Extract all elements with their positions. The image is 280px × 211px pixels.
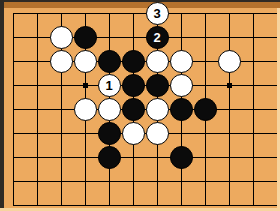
frame-top-dark <box>0 0 280 2</box>
white-stone <box>50 50 73 73</box>
edge-right-light <box>277 8 280 211</box>
frame-top-brown <box>0 2 280 8</box>
black-stone <box>122 98 145 121</box>
white-stone <box>74 98 97 121</box>
black-stone-move-2: 2 <box>146 26 169 49</box>
black-stone <box>98 50 121 73</box>
go-diagram: 321 <box>0 0 280 211</box>
white-stone <box>170 50 193 73</box>
move-number-label: 3 <box>153 7 160 20</box>
black-stone <box>74 26 97 49</box>
grid-line-horizontal <box>13 181 278 182</box>
frame-left-dark <box>0 0 4 208</box>
star-point <box>227 83 232 88</box>
grid-line-horizontal <box>13 205 278 206</box>
white-stone-move-1: 1 <box>98 74 121 97</box>
grid-line-horizontal <box>13 157 278 158</box>
black-stone <box>98 122 121 145</box>
star-point <box>83 83 88 88</box>
black-stone <box>194 98 217 121</box>
black-stone <box>98 146 121 169</box>
white-stone <box>146 98 169 121</box>
white-stone <box>218 50 241 73</box>
white-stone <box>74 50 97 73</box>
white-stone <box>146 122 169 145</box>
black-stone <box>146 74 169 97</box>
white-stone <box>122 122 145 145</box>
move-number-label: 1 <box>105 79 112 92</box>
white-stone <box>146 50 169 73</box>
white-stone <box>170 74 193 97</box>
white-stone-move-3: 3 <box>146 2 169 25</box>
move-number-label: 2 <box>153 31 160 44</box>
black-stone <box>170 98 193 121</box>
black-stone <box>122 50 145 73</box>
black-stone <box>170 146 193 169</box>
white-stone <box>98 98 121 121</box>
edge-bottom-light <box>0 208 280 211</box>
black-stone <box>122 74 145 97</box>
white-stone <box>50 26 73 49</box>
